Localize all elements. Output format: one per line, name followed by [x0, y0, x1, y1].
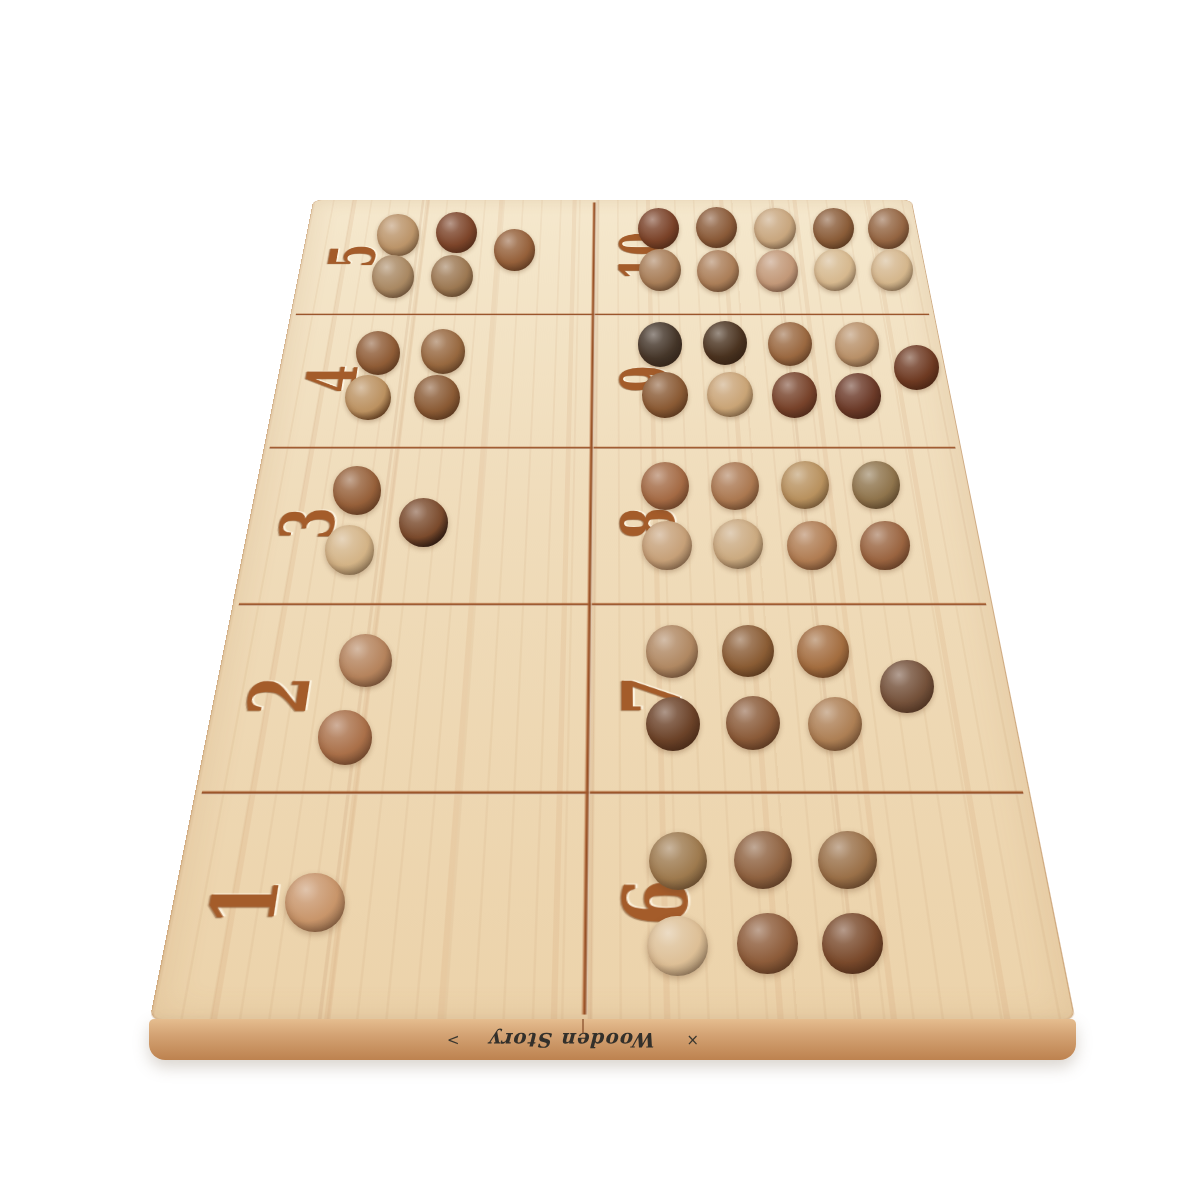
wooden-ball[interactable] [318, 710, 373, 765]
wooden-ball[interactable] [703, 321, 747, 365]
wooden-ball[interactable] [707, 372, 753, 418]
wooden-ball[interactable] [642, 372, 688, 418]
section-6: 6 [583, 793, 1076, 1022]
wooden-ball[interactable] [860, 521, 910, 571]
engraved-number-2: 2 [237, 674, 323, 714]
wooden-ball[interactable] [754, 208, 795, 249]
wooden-ball[interactable] [713, 519, 763, 569]
brand-mark-arrow: > [446, 1031, 459, 1049]
wooden-ball[interactable] [399, 498, 448, 547]
section-1: 1 [150, 793, 586, 1022]
wooden-ball[interactable] [871, 249, 913, 291]
wooden-ball[interactable] [835, 322, 879, 366]
engraved-number-1: 1 [197, 877, 292, 926]
wooden-ball[interactable] [868, 208, 909, 249]
wooden-ball[interactable] [835, 373, 881, 419]
wooden-ball[interactable] [641, 462, 689, 510]
brand-stamp: × Wooden Story > [446, 1028, 698, 1052]
scene: 51049382716 × Wooden Story > [0, 0, 1200, 1200]
wooden-ball[interactable] [436, 212, 477, 253]
wooden-ball[interactable] [772, 372, 818, 418]
wooden-ball[interactable] [787, 521, 837, 571]
wooden-ball[interactable] [325, 525, 375, 575]
wooden-ball[interactable] [814, 249, 856, 291]
wooden-ball[interactable] [711, 462, 759, 510]
wooden-ball[interactable] [377, 214, 418, 255]
wooden-ball[interactable] [647, 916, 707, 976]
wooden-ball[interactable] [818, 831, 876, 889]
wooden-ball[interactable] [734, 831, 792, 889]
wooden-ball[interactable] [285, 873, 344, 932]
wooden-ball[interactable] [822, 913, 882, 973]
brand-mark-x: × [686, 1031, 699, 1049]
wooden-ball[interactable] [421, 329, 465, 373]
wooden-ball[interactable] [697, 250, 739, 292]
section-2: 2 [196, 605, 589, 793]
wooden-ball[interactable] [649, 832, 707, 890]
wooden-ball[interactable] [339, 634, 392, 687]
wooden-ball[interactable] [781, 461, 829, 509]
wooden-ball[interactable] [737, 913, 797, 973]
wooden-ball[interactable] [638, 208, 679, 249]
brand-name: Wooden Story [489, 1028, 656, 1052]
wooden-ball[interactable] [808, 697, 862, 751]
wooden-ball[interactable] [880, 660, 933, 713]
wooden-ball[interactable] [333, 466, 381, 514]
wooden-ball[interactable] [768, 322, 812, 366]
wooden-ball[interactable] [894, 345, 939, 390]
wooden-ball[interactable] [345, 375, 391, 421]
wooden-ball[interactable] [494, 229, 536, 271]
wooden-ball[interactable] [414, 375, 460, 421]
wooden-ball[interactable] [646, 625, 698, 677]
wooden-ball[interactable] [726, 696, 780, 750]
wooden-ball[interactable] [372, 255, 414, 297]
wooden-ball[interactable] [813, 208, 854, 249]
wooden-ball[interactable] [638, 322, 682, 366]
wooden-ball[interactable] [797, 625, 849, 677]
wooden-ball[interactable] [696, 207, 737, 248]
wooden-ball[interactable] [642, 521, 692, 571]
wooden-ball[interactable] [639, 249, 681, 291]
board-front-edge: × Wooden Story > [149, 1019, 1076, 1060]
wooden-ball[interactable] [356, 331, 400, 375]
